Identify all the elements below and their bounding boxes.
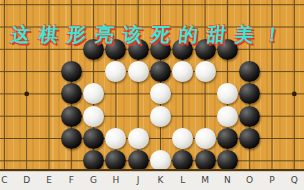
stone-black[interactable]	[239, 106, 260, 127]
stone-black[interactable]	[150, 61, 171, 82]
coordinate-label: F	[60, 171, 82, 190]
coordinate-label: D	[16, 171, 38, 190]
stone-black[interactable]	[61, 128, 82, 149]
stone-white[interactable]	[172, 128, 193, 149]
stone-black[interactable]	[239, 61, 260, 82]
stone-black[interactable]	[61, 83, 82, 104]
stone-white[interactable]	[105, 61, 126, 82]
coordinate-label: G	[82, 171, 104, 190]
stone-white[interactable]	[195, 61, 216, 82]
coordinate-label: J	[127, 171, 149, 190]
stone-white[interactable]	[128, 61, 149, 82]
stone-white[interactable]	[195, 128, 216, 149]
stone-black[interactable]	[61, 61, 82, 82]
title-overlay: 这棋形亮该死的甜美！	[10, 22, 304, 48]
coordinate-label: O	[239, 171, 261, 190]
coordinate-label: H	[105, 171, 127, 190]
coordinate-label: K	[149, 171, 171, 190]
stone-black[interactable]	[239, 83, 260, 104]
coordinate-label: E	[38, 171, 60, 190]
go-app-screenshot: CDEFGHJKLMNOPQ 这棋形亮该死的甜美！	[0, 0, 304, 190]
stone-white[interactable]	[83, 106, 104, 127]
stone-white[interactable]	[150, 106, 171, 127]
stone-black[interactable]	[61, 106, 82, 127]
coordinate-labels: CDEFGHJKLMNOPQ	[0, 171, 304, 190]
stone-white[interactable]	[217, 106, 238, 127]
stone-black[interactable]	[217, 128, 238, 149]
coordinate-label: N	[216, 171, 238, 190]
stone-black[interactable]	[239, 128, 260, 149]
stone-white[interactable]	[83, 83, 104, 104]
coordinate-label: M	[194, 171, 216, 190]
stone-white[interactable]	[105, 128, 126, 149]
coordinate-label: L	[172, 171, 194, 190]
coordinate-label: C	[0, 171, 16, 190]
stone-white[interactable]	[150, 83, 171, 104]
stone-white[interactable]	[217, 83, 238, 104]
coordinate-label: Q	[283, 171, 304, 190]
stone-black[interactable]	[83, 128, 104, 149]
stone-white[interactable]	[172, 61, 193, 82]
stone-white[interactable]	[128, 128, 149, 149]
coordinate-label: P	[261, 171, 283, 190]
